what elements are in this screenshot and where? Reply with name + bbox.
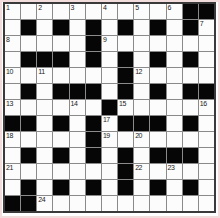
clue-number: 19 xyxy=(103,132,110,140)
black-cell-r4c4 xyxy=(53,52,68,67)
black-cell-r2c12 xyxy=(183,20,198,35)
black-cell-r10c2 xyxy=(21,148,36,163)
black-cell-r9c6 xyxy=(86,132,101,147)
white-cell-r10c1[interactable] xyxy=(5,148,20,163)
white-cell-r12c3[interactable] xyxy=(37,180,52,195)
white-cell-r3c2[interactable] xyxy=(21,36,36,51)
black-cell-r10c12 xyxy=(183,148,198,163)
black-cell-r4c10 xyxy=(150,52,165,67)
clue-number: 17 xyxy=(103,116,110,124)
white-cell-r11c10[interactable] xyxy=(150,164,165,179)
clue-number: 8 xyxy=(6,36,9,44)
black-cell-r6c4 xyxy=(53,84,68,99)
black-cell-r2c6 xyxy=(86,20,101,35)
white-cell-r9c8[interactable] xyxy=(118,132,133,147)
white-cell-r9c9[interactable]: 20 xyxy=(134,132,149,147)
black-cell-r8c12 xyxy=(183,116,198,131)
white-cell-r8c11[interactable] xyxy=(167,116,182,131)
clue-number: 7 xyxy=(200,20,203,28)
white-cell-r2c7[interactable] xyxy=(102,20,117,35)
black-cell-r8c6 xyxy=(86,116,101,131)
white-cell-r1c3[interactable]: 2 xyxy=(37,4,52,19)
white-cell-r13c4[interactable] xyxy=(53,196,68,211)
clue-number: 10 xyxy=(6,68,13,76)
black-cell-r7c7 xyxy=(102,100,117,115)
clue-number: 16 xyxy=(200,100,207,108)
black-cell-r10c4 xyxy=(53,148,68,163)
white-cell-r2c13[interactable]: 7 xyxy=(199,20,214,35)
white-cell-r13c11[interactable] xyxy=(167,196,182,211)
clue-number: 22 xyxy=(135,164,142,172)
black-cell-r6c12 xyxy=(183,84,198,99)
black-cell-r10c6 xyxy=(86,148,101,163)
white-cell-r3c1[interactable]: 8 xyxy=(5,36,20,51)
white-cell-r1c1[interactable]: 1 xyxy=(5,4,20,19)
white-cell-r13c6[interactable] xyxy=(86,196,101,211)
white-cell-r3c7[interactable]: 9 xyxy=(102,36,117,51)
white-cell-r13c9[interactable] xyxy=(134,196,149,211)
white-cell-r13c3[interactable]: 24 xyxy=(37,196,52,211)
white-cell-r13c13[interactable] xyxy=(199,196,214,211)
clue-number: 24 xyxy=(38,196,45,204)
white-cell-r6c11[interactable] xyxy=(167,84,182,99)
black-cell-r8c1 xyxy=(5,116,20,131)
white-cell-r9c2[interactable] xyxy=(21,132,36,147)
white-cell-r13c5[interactable] xyxy=(70,196,85,211)
white-cell-r5c12[interactable] xyxy=(183,68,198,83)
white-cell-r7c3[interactable] xyxy=(37,100,52,115)
white-cell-r4c7[interactable] xyxy=(102,52,117,67)
clue-number: 1 xyxy=(6,4,9,12)
clue-number: 20 xyxy=(135,132,142,140)
white-cell-r3c12[interactable] xyxy=(183,36,198,51)
white-cell-r10c3[interactable] xyxy=(37,148,52,163)
black-cell-r2c2 xyxy=(21,20,36,35)
white-cell-r9c11[interactable] xyxy=(167,132,182,147)
white-cell-r6c7[interactable] xyxy=(102,84,117,99)
black-cell-r2c8 xyxy=(118,20,133,35)
white-cell-r7c2[interactable] xyxy=(21,100,36,115)
white-cell-r5c4[interactable] xyxy=(53,68,68,83)
white-cell-r5c10[interactable] xyxy=(150,68,165,83)
white-cell-r7c5[interactable]: 14 xyxy=(70,100,85,115)
white-cell-r9c3[interactable] xyxy=(37,132,52,147)
black-cell-r4c6 xyxy=(86,52,101,67)
clue-number: 5 xyxy=(135,4,138,12)
black-cell-r8c2 xyxy=(21,116,36,131)
white-cell-r5c7[interactable] xyxy=(102,68,117,83)
white-cell-r11c3[interactable] xyxy=(37,164,52,179)
black-cell-r10c8 xyxy=(118,148,133,163)
white-cell-r9c7[interactable]: 19 xyxy=(102,132,117,147)
white-cell-r2c5[interactable] xyxy=(70,20,85,35)
black-cell-r12c12 xyxy=(183,180,198,195)
white-cell-r1c5[interactable]: 3 xyxy=(70,4,85,19)
black-cell-r10c10 xyxy=(150,148,165,163)
white-cell-r11c13[interactable] xyxy=(199,164,214,179)
white-cell-r11c2[interactable] xyxy=(21,164,36,179)
black-cell-r8c4 xyxy=(53,116,68,131)
white-cell-r7c6[interactable] xyxy=(86,100,101,115)
white-cell-r10c9[interactable] xyxy=(134,148,149,163)
white-cell-r3c5[interactable] xyxy=(70,36,85,51)
white-cell-r2c1[interactable] xyxy=(5,20,20,35)
white-cell-r6c9[interactable] xyxy=(134,84,149,99)
white-cell-r12c11[interactable] xyxy=(167,180,182,195)
black-cell-r6c13 xyxy=(199,84,214,99)
white-cell-r3c4[interactable] xyxy=(53,36,68,51)
black-cell-r6c2 xyxy=(21,84,36,99)
white-cell-r1c7[interactable]: 4 xyxy=(102,4,117,19)
black-cell-r8c8 xyxy=(118,116,133,131)
white-cell-r11c11[interactable]: 23 xyxy=(167,164,182,179)
white-cell-r5c3[interactable]: 11 xyxy=(37,68,52,83)
clue-number: 2 xyxy=(38,4,41,12)
black-cell-r13c1 xyxy=(5,196,20,211)
crossword-grid: 123456789101112131415161718192021222324 xyxy=(3,2,216,213)
white-cell-r8c13[interactable] xyxy=(199,116,214,131)
black-cell-r12c10 xyxy=(150,180,165,195)
white-cell-r4c5[interactable] xyxy=(70,52,85,67)
white-cell-r7c13[interactable]: 16 xyxy=(199,100,214,115)
white-cell-r10c13[interactable] xyxy=(199,148,214,163)
white-cell-r9c4[interactable] xyxy=(53,132,68,147)
white-cell-r4c11[interactable] xyxy=(167,52,182,67)
clue-number: 15 xyxy=(119,100,126,108)
white-cell-r6c1[interactable] xyxy=(5,84,20,99)
white-cell-r1c6[interactable] xyxy=(86,4,101,19)
clue-number: 11 xyxy=(38,68,44,76)
black-cell-r8c10 xyxy=(150,116,165,131)
black-cell-r6c10 xyxy=(150,84,165,99)
clue-number: 21 xyxy=(6,164,13,172)
black-cell-r13c2 xyxy=(21,196,36,211)
white-cell-r7c4[interactable] xyxy=(53,100,68,115)
white-cell-r9c10[interactable] xyxy=(150,132,165,147)
white-cell-r3c10[interactable] xyxy=(150,36,165,51)
white-cell-r2c3[interactable] xyxy=(37,20,52,35)
white-cell-r5c6[interactable] xyxy=(86,68,101,83)
white-cell-r7c8[interactable]: 15 xyxy=(118,100,133,115)
white-cell-r5c13[interactable] xyxy=(199,68,214,83)
black-cell-r6c5 xyxy=(70,84,85,99)
white-cell-r5c5[interactable] xyxy=(70,68,85,83)
white-cell-r1c2[interactable] xyxy=(21,4,36,19)
white-cell-r7c9[interactable] xyxy=(134,100,149,115)
white-cell-r9c1[interactable]: 18 xyxy=(5,132,20,147)
clue-number: 14 xyxy=(71,100,78,108)
black-cell-r1c12 xyxy=(183,4,198,19)
clue-number: 18 xyxy=(6,132,13,140)
black-cell-r5c8 xyxy=(118,68,133,83)
white-cell-r1c11[interactable]: 6 xyxy=(167,4,182,19)
white-cell-r12c9[interactable] xyxy=(134,180,149,195)
white-cell-r3c13[interactable] xyxy=(199,36,214,51)
white-cell-r6c3[interactable] xyxy=(37,84,52,99)
white-cell-r2c9[interactable] xyxy=(134,20,149,35)
white-cell-r3c3[interactable] xyxy=(37,36,52,51)
white-cell-r11c5[interactable] xyxy=(70,164,85,179)
white-cell-r13c10[interactable] xyxy=(150,196,165,211)
black-cell-r12c6 xyxy=(86,180,101,195)
white-cell-r4c9[interactable] xyxy=(134,52,149,67)
black-cell-r8c9 xyxy=(134,116,149,131)
white-cell-r5c2[interactable] xyxy=(21,68,36,83)
white-cell-r1c8[interactable] xyxy=(118,4,133,19)
white-cell-r11c9[interactable]: 22 xyxy=(134,164,149,179)
white-cell-r8c3[interactable] xyxy=(37,116,52,131)
white-cell-r12c7[interactable] xyxy=(102,180,117,195)
black-cell-r12c2 xyxy=(21,180,36,195)
white-cell-r3c11[interactable] xyxy=(167,36,182,51)
white-cell-r10c7[interactable] xyxy=(102,148,117,163)
black-cell-r4c3 xyxy=(37,52,52,67)
clue-number: 12 xyxy=(135,68,142,76)
white-cell-r9c5[interactable] xyxy=(70,132,85,147)
clue-number: 3 xyxy=(71,4,74,12)
white-cell-r2c11[interactable] xyxy=(167,20,182,35)
white-cell-r1c10[interactable] xyxy=(150,4,165,19)
black-cell-r12c4 xyxy=(53,180,68,195)
clue-number: 6 xyxy=(168,4,171,12)
white-cell-r13c7[interactable] xyxy=(102,196,117,211)
clue-number: 13 xyxy=(6,100,13,108)
white-cell-r11c12[interactable] xyxy=(183,164,198,179)
white-cell-r9c12[interactable] xyxy=(183,132,198,147)
white-cell-r7c11[interactable] xyxy=(167,100,182,115)
white-cell-r9c13[interactable] xyxy=(199,132,214,147)
black-cell-r2c4 xyxy=(53,20,68,35)
black-cell-r10c11 xyxy=(167,148,182,163)
white-cell-r5c11[interactable] xyxy=(167,68,182,83)
white-cell-r11c4[interactable] xyxy=(53,164,68,179)
black-cell-r1c13 xyxy=(199,4,214,19)
black-cell-r4c8 xyxy=(118,52,133,67)
white-cell-r12c1[interactable] xyxy=(5,180,20,195)
white-cell-r7c12[interactable] xyxy=(183,100,198,115)
black-cell-r6c8 xyxy=(118,84,133,99)
white-cell-r3c9[interactable] xyxy=(134,36,149,51)
white-cell-r7c1[interactable]: 13 xyxy=(5,100,20,115)
white-cell-r3c8[interactable] xyxy=(118,36,133,51)
clue-number: 4 xyxy=(103,4,106,12)
white-cell-r4c1[interactable] xyxy=(5,52,20,67)
black-cell-r11c8 xyxy=(118,164,133,179)
white-cell-r1c9[interactable]: 5 xyxy=(134,4,149,19)
white-cell-r12c13[interactable] xyxy=(199,180,214,195)
black-cell-r6c6 xyxy=(86,84,101,99)
black-cell-r2c10 xyxy=(150,20,165,35)
white-cell-r13c8[interactable] xyxy=(118,196,133,211)
clue-number: 23 xyxy=(168,164,175,172)
black-cell-r4c2 xyxy=(21,52,36,67)
black-cell-r4c12 xyxy=(183,52,198,67)
white-cell-r5c1[interactable]: 10 xyxy=(5,68,20,83)
white-cell-r4c13[interactable] xyxy=(199,52,214,67)
white-cell-r7c10[interactable] xyxy=(150,100,165,115)
white-cell-r13c12[interactable] xyxy=(183,196,198,211)
white-cell-r8c7[interactable]: 17 xyxy=(102,116,117,131)
clue-number: 9 xyxy=(103,36,106,44)
black-cell-r12c8 xyxy=(118,180,133,195)
white-cell-r1c4[interactable] xyxy=(53,4,68,19)
white-cell-r11c7[interactable] xyxy=(102,164,117,179)
white-cell-r8c5[interactable] xyxy=(70,116,85,131)
white-cell-r10c5[interactable] xyxy=(70,148,85,163)
crossword-page: 123456789101112131415161718192021222324 xyxy=(0,0,220,218)
black-cell-r3c6 xyxy=(86,36,101,51)
white-cell-r11c6[interactable] xyxy=(86,164,101,179)
white-cell-r5c9[interactable]: 12 xyxy=(134,68,149,83)
white-cell-r12c5[interactable] xyxy=(70,180,85,195)
white-cell-r11c1[interactable]: 21 xyxy=(5,164,20,179)
